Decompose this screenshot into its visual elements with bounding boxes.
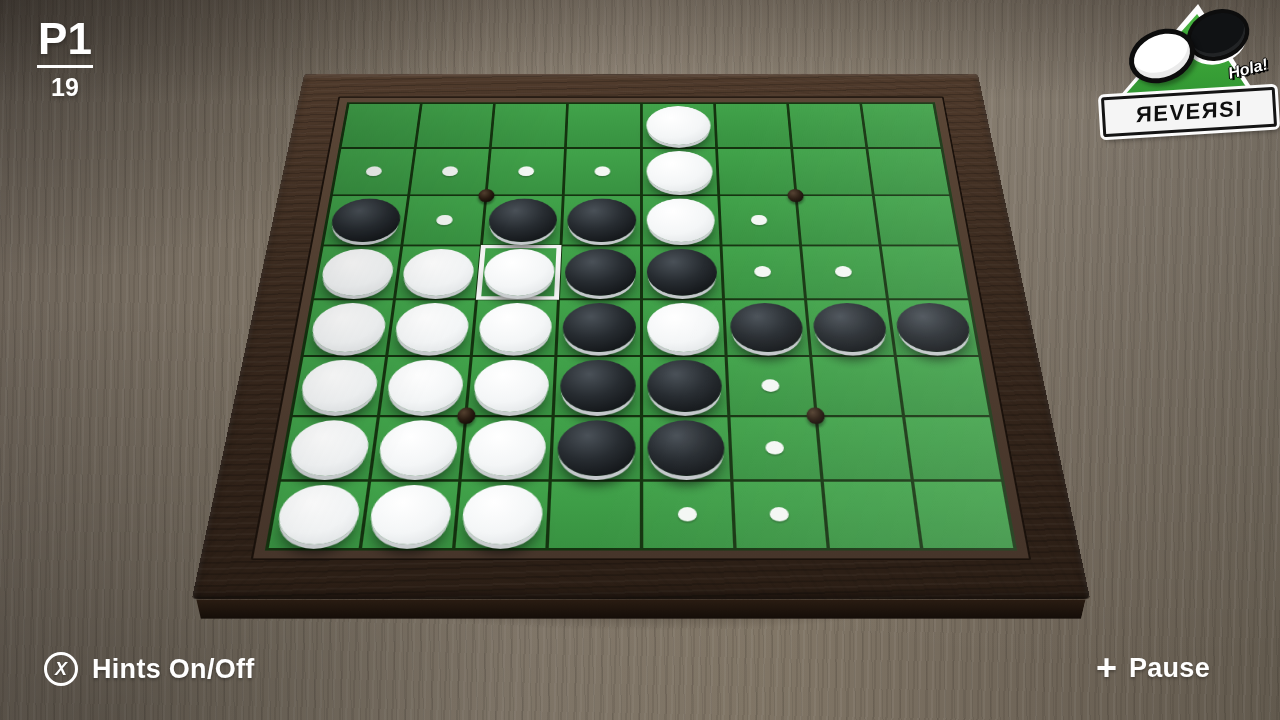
disc-white (647, 303, 720, 352)
hint-dot (365, 167, 382, 177)
disc-black (487, 199, 558, 242)
pause-button[interactable]: + Pause (1096, 650, 1210, 686)
disc-white (385, 360, 466, 412)
hint-dot (436, 215, 453, 225)
disc-black (729, 303, 805, 352)
board-cell[interactable] (558, 300, 640, 355)
board-cell[interactable] (914, 482, 1013, 548)
hint-dot (595, 167, 611, 177)
board-cell[interactable] (281, 417, 377, 479)
disc-white (274, 485, 363, 545)
disc-white (401, 249, 476, 295)
disc-white (646, 151, 713, 192)
board-cell[interactable] (722, 247, 803, 298)
hint-dot (765, 441, 784, 454)
board-cell[interactable] (716, 104, 790, 147)
board-cell[interactable] (456, 482, 549, 548)
disc-black (560, 360, 636, 412)
board-cell[interactable] (642, 247, 721, 298)
board-cell[interactable] (642, 149, 717, 195)
board-cell[interactable] (862, 104, 940, 147)
player-score-panel: P1 19 (34, 16, 96, 102)
board-cell[interactable] (362, 482, 458, 548)
logo: Hola! ЯEVEЯSI (1102, 4, 1276, 136)
board-cell[interactable] (396, 247, 480, 298)
disc-black (893, 303, 973, 352)
board-cell[interactable] (643, 300, 725, 355)
disc-black (328, 199, 403, 242)
board-cell[interactable] (905, 417, 1001, 479)
disc-black (647, 420, 725, 476)
disc-black (646, 249, 717, 295)
board-cell[interactable] (733, 482, 826, 548)
board-cell[interactable] (324, 196, 407, 244)
disc-black (565, 249, 636, 295)
board-cell[interactable] (793, 149, 872, 195)
board-cell[interactable] (643, 417, 730, 479)
board-cell[interactable] (718, 149, 795, 195)
board-cell[interactable] (818, 417, 911, 479)
disc-black (647, 360, 723, 412)
board-cell[interactable] (868, 149, 949, 195)
hint-dot (518, 167, 534, 177)
disc-white (367, 485, 453, 545)
board-cell[interactable] (462, 417, 552, 479)
board-frame-bevel (251, 97, 1032, 561)
board-cell[interactable] (720, 196, 799, 244)
board-cell[interactable] (342, 104, 420, 147)
hints-toggle-button[interactable]: X Hints On/Off (44, 652, 255, 686)
board-cell[interactable] (875, 196, 958, 244)
hint-dot (677, 507, 696, 521)
disc-white (646, 199, 715, 242)
disc-white (286, 420, 372, 476)
player-label: P1 (34, 16, 96, 62)
board-cell[interactable] (789, 104, 865, 147)
board-cell[interactable] (802, 247, 886, 298)
board-cell[interactable] (889, 300, 978, 355)
board-cell[interactable] (404, 196, 485, 244)
board-cell[interactable] (478, 247, 559, 298)
board-cell[interactable] (304, 300, 393, 355)
board-field (265, 102, 1017, 550)
disc-black (562, 303, 635, 352)
logo-title: ЯEVEЯSI (1136, 96, 1243, 129)
board-cell[interactable] (417, 104, 493, 147)
disc-black (567, 199, 636, 242)
board-cell[interactable] (642, 196, 719, 244)
x-button-icon[interactable]: X (44, 652, 78, 686)
board-cell[interactable] (488, 149, 565, 195)
player-score: 19 (34, 73, 96, 102)
hint-dot (761, 379, 780, 391)
score-divider (37, 65, 93, 68)
board-cell[interactable] (797, 196, 878, 244)
scene (0, 0, 1280, 720)
board-cell[interactable] (269, 482, 368, 548)
hints-label: Hints On/Off (92, 654, 255, 685)
board-cell[interactable] (492, 104, 566, 147)
hint-dot (750, 215, 767, 225)
board-cell[interactable] (333, 149, 414, 195)
board-cell[interactable] (730, 417, 820, 479)
disc-white (376, 420, 459, 476)
board-cell[interactable] (410, 149, 489, 195)
board-cell[interactable] (549, 482, 639, 548)
board-cell[interactable] (560, 247, 639, 298)
board-cell[interactable] (314, 247, 400, 298)
disc-white (393, 303, 471, 352)
disc-white (461, 485, 545, 545)
board-cell[interactable] (483, 196, 562, 244)
board-cell[interactable] (882, 247, 968, 298)
board-cell[interactable] (643, 482, 733, 548)
hint-dot (769, 507, 789, 521)
board-cell[interactable] (725, 300, 809, 355)
disc-black (557, 420, 635, 476)
board-peg (787, 189, 804, 202)
board-cell[interactable] (642, 104, 714, 147)
board-cell[interactable] (563, 196, 640, 244)
board-cell[interactable] (565, 149, 640, 195)
hint-dot (442, 167, 459, 177)
disc-white (646, 106, 711, 145)
plus-icon: + (1096, 650, 1117, 686)
board-cell[interactable] (552, 417, 639, 479)
disc-white (319, 249, 396, 295)
disc-white (472, 360, 550, 412)
board-cell[interactable] (807, 300, 894, 355)
disc-black (811, 303, 889, 352)
hint-dot (834, 266, 852, 277)
board-cell[interactable] (473, 300, 557, 355)
hint-dot (754, 266, 771, 277)
pause-label: Pause (1129, 653, 1210, 684)
board-cell[interactable] (372, 417, 465, 479)
board-cell[interactable] (824, 482, 920, 548)
board-cell[interactable] (567, 104, 639, 147)
disc-white (478, 303, 554, 352)
board-cell[interactable] (389, 300, 476, 355)
disc-white (298, 360, 381, 412)
disc-white (309, 303, 389, 352)
board-front-edge (196, 599, 1085, 618)
disc-white (467, 420, 548, 476)
board (192, 74, 1091, 600)
